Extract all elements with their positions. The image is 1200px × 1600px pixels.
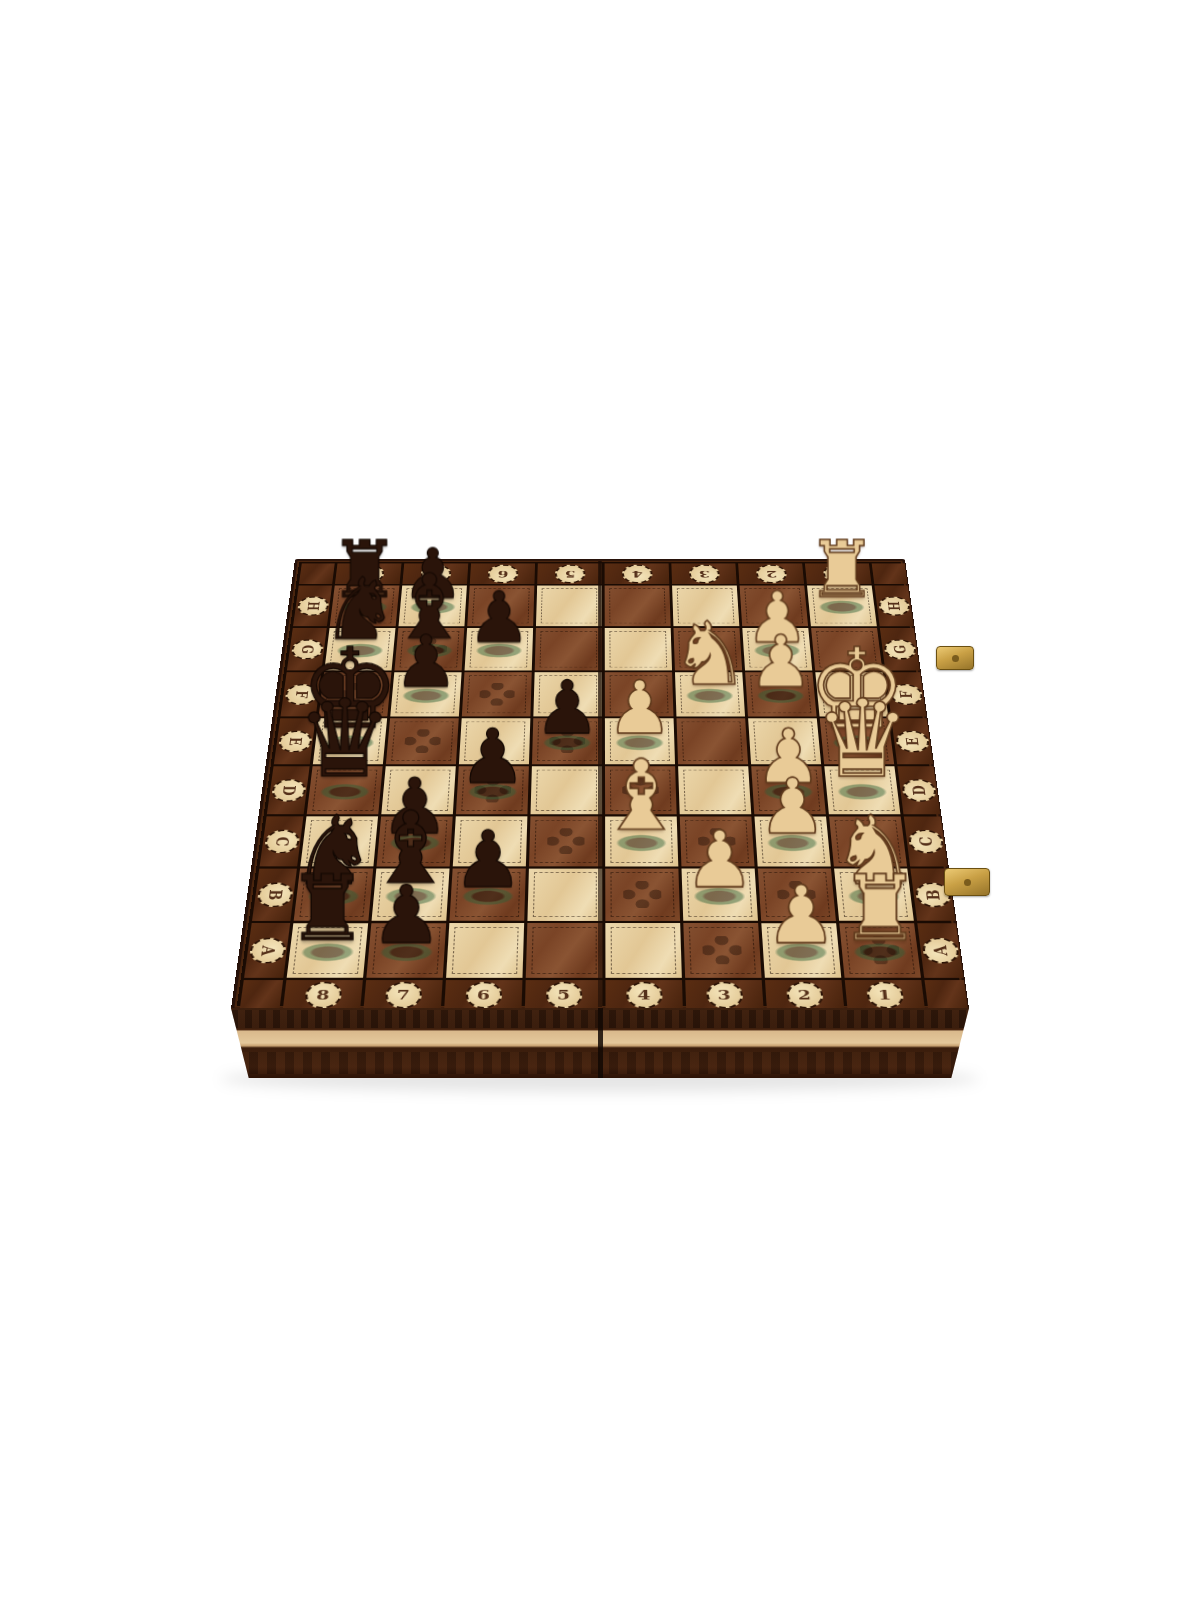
coordinate-label-rank-8-near: 8 bbox=[283, 980, 363, 1009]
coordinate-label-rank-2-near: 2 bbox=[765, 980, 844, 1009]
square-b6[interactable]: ♟ bbox=[449, 869, 525, 921]
square-c4[interactable]: ♝ bbox=[605, 816, 678, 866]
black-pawn-icon: ♟ bbox=[371, 874, 443, 954]
rank-label-circle: 2 bbox=[785, 981, 823, 1008]
square-d5[interactable] bbox=[531, 766, 603, 814]
square-a1[interactable]: ♜ bbox=[839, 923, 921, 978]
rank-label-circle: 3 bbox=[688, 564, 719, 583]
rank-label-circle: 8 bbox=[303, 981, 342, 1008]
white-bishop-icon: ♝ bbox=[598, 747, 685, 844]
rank-label-circle: 3 bbox=[706, 981, 744, 1008]
white-pawn-icon: ♟ bbox=[749, 625, 813, 697]
file-label-circle: H bbox=[877, 596, 910, 615]
square-a5[interactable] bbox=[526, 923, 602, 978]
black-pawn-icon: ♟ bbox=[459, 718, 526, 793]
coordinate-label-file-H-right: H bbox=[874, 586, 913, 627]
square-f6[interactable] bbox=[462, 672, 532, 716]
chess-board: 87654321H♜♟♜HG♞♝♟♟GF♟♞♟FE♚♟♟♚ED♛♟♟♛DC♟♝♟… bbox=[231, 559, 970, 1010]
rank-label-circle: 4 bbox=[622, 564, 653, 583]
white-pawn-icon: ♟ bbox=[758, 768, 827, 845]
square-a2[interactable]: ♟ bbox=[761, 923, 841, 978]
black-pawn-icon: ♟ bbox=[534, 671, 600, 744]
file-label-circle: A bbox=[248, 937, 287, 963]
white-queen-icon: ♛ bbox=[814, 686, 910, 793]
rank-label-circle: 6 bbox=[465, 981, 502, 1008]
rank-label-circle: 7 bbox=[384, 981, 422, 1008]
square-a6[interactable] bbox=[446, 923, 524, 978]
white-pawn-icon: ♟ bbox=[607, 671, 673, 744]
rank-label-circle: 5 bbox=[545, 981, 582, 1008]
coordinate-label-rank-6-near: 6 bbox=[444, 980, 522, 1009]
square-d3[interactable] bbox=[678, 766, 751, 814]
coordinate-label-rank-3-far: 3 bbox=[671, 563, 736, 583]
coordinate-label-file-A-right: A bbox=[917, 923, 963, 978]
square-a3[interactable] bbox=[683, 923, 761, 978]
square-h4[interactable] bbox=[605, 586, 671, 627]
black-pawn-icon: ♟ bbox=[467, 581, 530, 651]
square-h1[interactable]: ♜ bbox=[807, 586, 877, 627]
rank-label-circle: 1 bbox=[865, 981, 904, 1008]
square-f2[interactable]: ♟ bbox=[745, 672, 816, 716]
brass-clasp-upper bbox=[936, 646, 974, 670]
square-f3[interactable]: ♞ bbox=[675, 672, 745, 716]
coordinate-label-rank-1-near: 1 bbox=[845, 980, 925, 1009]
white-rook-icon: ♜ bbox=[839, 863, 920, 954]
frame-corner bbox=[240, 980, 283, 1009]
square-h5[interactable] bbox=[536, 586, 602, 627]
square-f7[interactable]: ♟ bbox=[390, 672, 461, 716]
box-side-seam bbox=[598, 1008, 603, 1078]
coordinate-label-rank-7-near: 7 bbox=[363, 980, 442, 1009]
square-c2[interactable]: ♟ bbox=[754, 816, 830, 866]
square-c5[interactable] bbox=[529, 816, 602, 866]
square-e3[interactable] bbox=[677, 718, 749, 764]
coordinate-label-file-A-left: A bbox=[244, 923, 290, 978]
white-rook-icon: ♜ bbox=[807, 530, 877, 608]
black-pawn-icon: ♟ bbox=[394, 625, 458, 697]
white-pawn-icon: ♟ bbox=[765, 874, 837, 954]
brass-clasp-lower bbox=[944, 868, 990, 896]
coordinate-label-rank-5-far: 5 bbox=[537, 563, 602, 583]
square-b3[interactable]: ♟ bbox=[682, 869, 758, 921]
coordinate-label-rank-3-near: 3 bbox=[685, 980, 763, 1009]
square-b4[interactable] bbox=[605, 869, 680, 921]
square-g6[interactable]: ♟ bbox=[465, 628, 534, 670]
white-pawn-icon: ♟ bbox=[684, 820, 754, 898]
square-b5[interactable] bbox=[527, 869, 602, 921]
square-a8[interactable]: ♜ bbox=[287, 923, 368, 978]
square-d6[interactable]: ♟ bbox=[456, 766, 529, 814]
white-knight-icon: ♞ bbox=[671, 610, 749, 697]
coordinate-label-rank-5-near: 5 bbox=[525, 980, 602, 1009]
chess-board-scene: 87654321H♜♟♜HG♞♝♟♟GF♟♞♟FE♚♟♟♚ED♛♟♟♛DC♟♝♟… bbox=[266, 429, 934, 1097]
black-rook-icon: ♜ bbox=[287, 863, 368, 954]
black-queen-icon: ♛ bbox=[297, 686, 393, 793]
frame-corner bbox=[925, 980, 968, 1009]
square-e5[interactable]: ♟ bbox=[532, 718, 602, 764]
black-pawn-icon: ♟ bbox=[453, 820, 523, 898]
rank-label-circle: 4 bbox=[626, 981, 663, 1008]
coordinate-label-rank-4-near: 4 bbox=[605, 980, 682, 1009]
coordinate-label-rank-4-far: 4 bbox=[605, 563, 670, 583]
product-photo: 87654321H♜♟♜HG♞♝♟♟GF♟♞♟FE♚♟♟♚ED♛♟♟♛DC♟♝♟… bbox=[0, 0, 1200, 1600]
square-a7[interactable]: ♟ bbox=[366, 923, 446, 978]
rank-label-circle: 5 bbox=[554, 564, 585, 583]
file-label-circle: A bbox=[921, 937, 960, 963]
square-a4[interactable] bbox=[605, 923, 682, 978]
